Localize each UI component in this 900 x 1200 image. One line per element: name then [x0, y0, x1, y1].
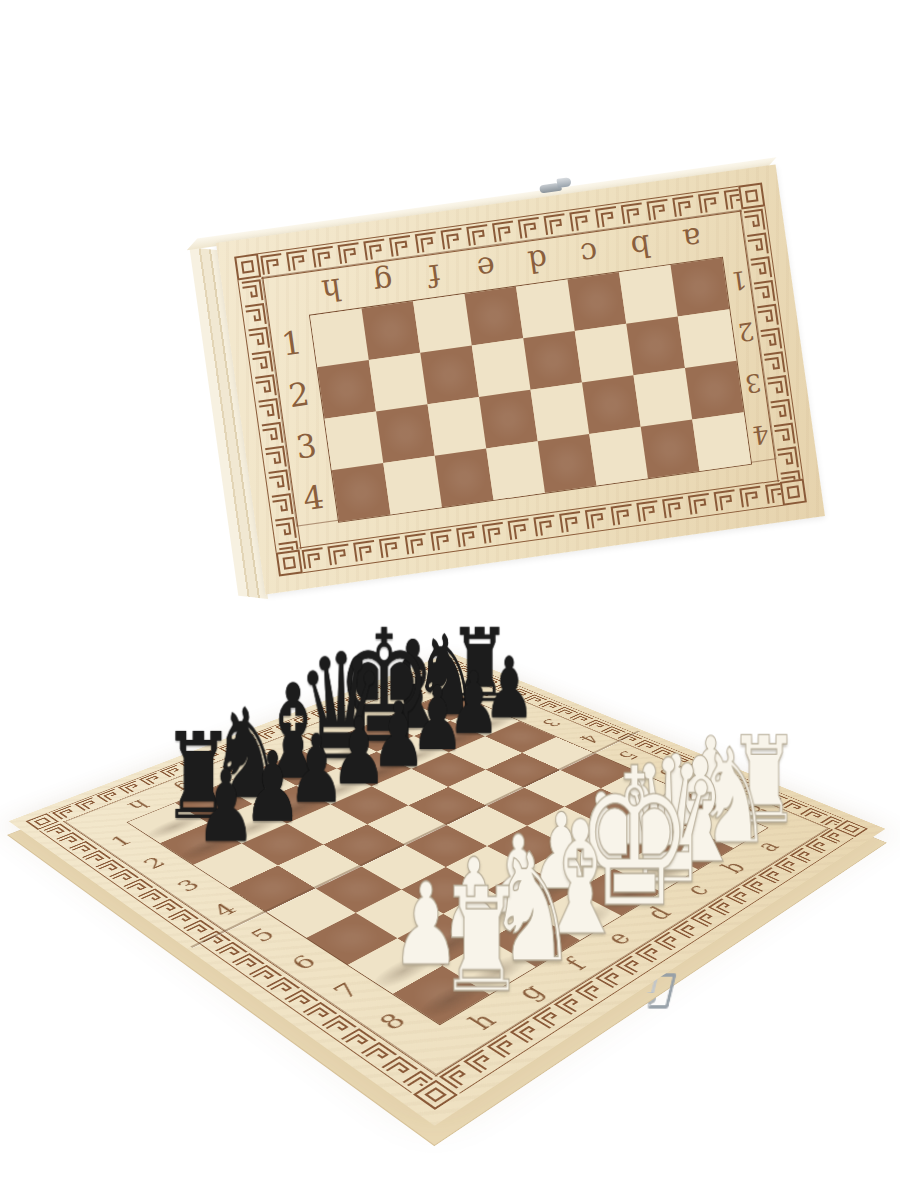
square [641, 419, 700, 478]
square [383, 456, 442, 515]
square [376, 404, 435, 463]
coordinate-label: c [561, 230, 618, 279]
square [362, 301, 421, 360]
chess-set-product-photo: hgfedcba 1234 1234 hgfedcba hgfedcba [0, 0, 900, 1200]
coordinate-label: g [355, 259, 412, 308]
square [568, 272, 627, 331]
square [589, 427, 648, 486]
square [472, 338, 531, 397]
square [310, 308, 369, 367]
coordinate-label: h [303, 266, 360, 315]
square [692, 412, 751, 471]
square [420, 345, 479, 404]
square [538, 434, 597, 493]
coordinate-label: f [406, 252, 463, 301]
square [332, 463, 391, 522]
square [317, 360, 376, 419]
square [582, 375, 641, 434]
square [685, 361, 744, 420]
square [626, 317, 685, 376]
coordinate-label: 1 [267, 315, 316, 372]
coordinate-label: e [458, 244, 515, 293]
open-chessboard: hgfedcba hgfedcba 12345678 12345678 ♜♞♝♛… [135, 515, 755, 1135]
square [465, 287, 524, 346]
meander-corner [780, 479, 807, 506]
square [325, 411, 384, 470]
square [479, 390, 538, 449]
board-3d-plane: hgfedcba hgfedcba 12345678 12345678 ♜♞♝♛… [9, 653, 886, 1126]
meander-corner [738, 182, 765, 209]
coordinate-label: d [509, 237, 566, 286]
square [619, 265, 678, 324]
latch-hook [556, 177, 571, 188]
square [523, 331, 582, 390]
square [671, 258, 730, 317]
meander-corner [234, 253, 261, 280]
square [516, 279, 575, 338]
board-face: hgfedcba hgfedcba 12345678 12345678 ♜♞♝♛… [9, 653, 886, 1126]
square [413, 294, 472, 353]
square [531, 382, 590, 441]
coordinate-label: b [612, 223, 669, 272]
square [486, 441, 545, 500]
square [369, 353, 428, 412]
square [634, 368, 693, 427]
square [428, 397, 487, 456]
coordinate-label: 2 [275, 366, 324, 423]
coordinate-label: 3 [282, 418, 331, 475]
square [435, 448, 494, 507]
square [575, 324, 634, 383]
coordinate-label: a [664, 215, 721, 264]
square [678, 309, 737, 368]
